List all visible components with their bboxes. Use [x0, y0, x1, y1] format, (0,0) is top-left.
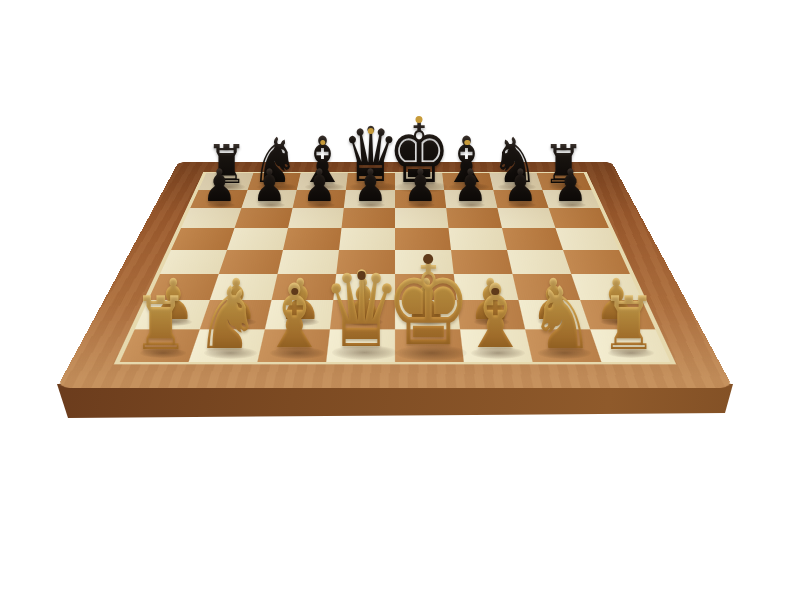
square-e5: [395, 228, 451, 250]
photo-background: ♜♞♝♛♚♝♞♜♟♟♟♟♟♟♟♟♟♟♟♟♟♟♟♟♜♞♝♛♚♝♞♜: [0, 0, 800, 600]
square-g5: [502, 228, 563, 250]
square-e7: [395, 190, 446, 208]
square-a1: [120, 329, 200, 362]
square-f3: [454, 274, 519, 300]
square-b2: [200, 300, 272, 329]
square-h2: [580, 300, 655, 329]
square-b4: [219, 250, 283, 274]
square-h8: [537, 173, 592, 190]
square-d3: [333, 274, 395, 300]
black-bishop-finial: [465, 140, 470, 145]
square-c6: [288, 208, 344, 228]
board-inlay-border: [114, 172, 677, 364]
square-a3: [148, 274, 219, 300]
square-e4: [395, 250, 454, 274]
square-g1: [525, 329, 601, 362]
square-e3: [395, 274, 457, 300]
square-d1: [326, 329, 395, 362]
square-f1: [460, 329, 533, 362]
square-b7: [241, 190, 296, 208]
square-a8: [198, 173, 253, 190]
square-e6: [395, 208, 449, 228]
square-a7: [190, 190, 248, 208]
square-g4: [507, 250, 571, 274]
square-d7: [344, 190, 395, 208]
square-g7: [493, 190, 548, 208]
square-f6: [446, 208, 502, 228]
square-e1: [395, 329, 464, 362]
square-c4: [278, 250, 339, 274]
square-c8: [297, 173, 348, 190]
square-h4: [563, 250, 630, 274]
square-e2: [395, 300, 460, 329]
square-g3: [512, 274, 580, 300]
square-d8: [346, 173, 395, 190]
square-a4: [160, 250, 227, 274]
square-a6: [181, 208, 241, 228]
square-f5: [449, 228, 507, 250]
square-f4: [451, 250, 512, 274]
chess-board-frame: [57, 162, 733, 388]
square-h7: [542, 190, 600, 208]
square-c3: [272, 274, 337, 300]
square-b6: [234, 208, 292, 228]
square-g6: [497, 208, 555, 228]
square-d5: [339, 228, 395, 250]
chess-board: [120, 173, 670, 362]
square-h3: [571, 274, 642, 300]
square-c2: [265, 300, 333, 329]
square-b3: [210, 274, 278, 300]
square-e8: [395, 173, 444, 190]
square-f8: [442, 173, 493, 190]
square-b8: [248, 173, 301, 190]
square-g8: [489, 173, 542, 190]
square-c5: [283, 228, 341, 250]
square-c7: [293, 190, 346, 208]
black-king-finial: [416, 116, 423, 123]
square-a5: [171, 228, 234, 250]
square-b1: [189, 329, 265, 362]
square-c1: [257, 329, 330, 362]
square-h5: [556, 228, 619, 250]
square-b5: [227, 228, 288, 250]
square-a2: [135, 300, 210, 329]
black-queen-finial: [368, 128, 374, 134]
square-d6: [341, 208, 395, 228]
square-f2: [457, 300, 525, 329]
square-d2: [330, 300, 395, 329]
square-f7: [444, 190, 497, 208]
square-h6: [549, 208, 609, 228]
square-g2: [518, 300, 590, 329]
black-bishop-finial: [320, 140, 325, 145]
square-h1: [590, 329, 670, 362]
square-d4: [336, 250, 395, 274]
